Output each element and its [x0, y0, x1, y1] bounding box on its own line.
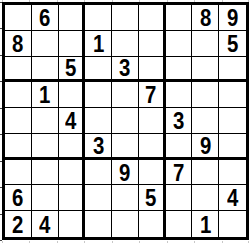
cell-r3c7[interactable] — [166, 57, 193, 83]
cell-r8c8[interactable] — [192, 185, 219, 211]
cell-r3c8[interactable] — [192, 57, 219, 83]
cell-r4c4[interactable] — [85, 82, 112, 108]
cell-r6c2[interactable] — [32, 134, 59, 160]
cell-r3c4[interactable] — [85, 57, 112, 83]
cell-r7c1[interactable] — [5, 160, 32, 186]
sudoku-board: 6898155317433997654241 — [2, 2, 249, 240]
given-digit: 1 — [93, 31, 104, 56]
cell-r4c7[interactable] — [166, 82, 193, 108]
grid-tick — [167, 0, 168, 2]
grid-tick — [0, 187, 2, 188]
cell-r9c8: 1 — [192, 211, 219, 237]
grid-tick — [248, 0, 249, 2]
cell-r1c1[interactable] — [5, 5, 32, 31]
cell-r4c8[interactable] — [192, 82, 219, 108]
cell-r8c7[interactable] — [166, 185, 193, 211]
cell-r7c2[interactable] — [32, 160, 59, 186]
cell-r6c3[interactable] — [59, 134, 86, 160]
given-digit: 3 — [119, 57, 130, 81]
cell-r1c3[interactable] — [59, 5, 86, 31]
cell-r2c3[interactable] — [59, 31, 86, 57]
grid-tick — [0, 214, 2, 215]
cell-r9c3[interactable] — [59, 211, 86, 237]
given-digit: 9 — [200, 134, 211, 158]
cell-r9c4[interactable] — [85, 211, 112, 237]
cell-r6c8: 9 — [192, 134, 219, 160]
cell-r9c1: 2 — [5, 211, 32, 237]
given-digit: 4 — [227, 185, 238, 210]
cell-r8c4[interactable] — [85, 185, 112, 211]
cell-r9c9[interactable] — [219, 211, 246, 237]
cell-r2c9: 5 — [219, 31, 246, 57]
cell-r2c1: 8 — [5, 31, 32, 57]
given-digit: 9 — [227, 5, 238, 30]
grid-tick — [0, 81, 2, 82]
given-digit: 8 — [12, 31, 23, 56]
cell-r7c9[interactable] — [219, 160, 246, 186]
cell-r8c5[interactable] — [112, 185, 139, 211]
cell-r6c4: 3 — [85, 134, 112, 160]
cell-r7c5: 9 — [112, 160, 139, 186]
cell-r4c9[interactable] — [219, 82, 246, 108]
cell-r7c7: 7 — [166, 160, 193, 186]
given-digit: 3 — [173, 108, 184, 133]
given-digit: 9 — [119, 160, 130, 185]
grid-tick — [0, 108, 2, 109]
given-digit: 6 — [39, 5, 50, 30]
cell-r7c6[interactable] — [139, 160, 166, 186]
grid-tick — [112, 0, 113, 2]
cell-r3c6[interactable] — [139, 57, 166, 83]
cell-r6c1[interactable] — [5, 134, 32, 160]
cell-r5c3: 4 — [59, 108, 86, 134]
cell-r9c5[interactable] — [112, 211, 139, 237]
sudoku-screen: 6898155317433997654241 — [0, 0, 249, 243]
cell-r4c3[interactable] — [59, 82, 86, 108]
cell-r7c8[interactable] — [192, 160, 219, 186]
cell-r8c9: 4 — [219, 185, 246, 211]
cell-r6c7[interactable] — [166, 134, 193, 160]
given-digit: 5 — [227, 31, 238, 56]
cell-r5c1[interactable] — [5, 108, 32, 134]
cell-r2c5[interactable] — [112, 31, 139, 57]
cell-r7c3[interactable] — [59, 160, 86, 186]
cell-r3c1[interactable] — [5, 57, 32, 83]
cell-r7c4[interactable] — [85, 160, 112, 186]
cell-r6c6[interactable] — [139, 134, 166, 160]
grid-tick — [0, 2, 2, 3]
given-digit: 4 — [39, 212, 50, 237]
cell-r2c8[interactable] — [192, 31, 219, 57]
cell-r4c5[interactable] — [112, 82, 139, 108]
cell-r9c7[interactable] — [166, 211, 193, 237]
given-digit: 1 — [200, 212, 211, 237]
cell-r1c9: 9 — [219, 5, 246, 31]
cell-r4c2: 1 — [32, 82, 59, 108]
cell-r1c4[interactable] — [85, 5, 112, 31]
cell-r8c2[interactable] — [32, 185, 59, 211]
given-digit: 4 — [65, 108, 76, 133]
cell-r1c2: 6 — [32, 5, 59, 31]
cell-r5c4[interactable] — [85, 108, 112, 134]
cell-r5c6[interactable] — [139, 108, 166, 134]
grid-tick — [0, 161, 2, 162]
grid-tick — [222, 0, 223, 2]
cell-r1c7[interactable] — [166, 5, 193, 31]
cell-r1c6[interactable] — [139, 5, 166, 31]
cell-r9c6[interactable] — [139, 211, 166, 237]
given-digit: 5 — [145, 185, 156, 210]
cell-r2c7[interactable] — [166, 31, 193, 57]
cell-r3c9[interactable] — [219, 57, 246, 83]
cell-r2c6[interactable] — [139, 31, 166, 57]
cell-r1c8: 8 — [192, 5, 219, 31]
cell-r3c5: 3 — [112, 57, 139, 83]
cell-r8c1: 6 — [5, 185, 32, 211]
cell-r8c6: 5 — [139, 185, 166, 211]
given-digit: 2 — [12, 212, 23, 237]
cell-r6c5[interactable] — [112, 134, 139, 160]
given-digit: 3 — [93, 134, 104, 158]
cell-r5c8[interactable] — [192, 108, 219, 134]
given-digit: 7 — [173, 160, 184, 185]
cell-r6c9[interactable] — [219, 134, 246, 160]
given-digit: 5 — [65, 57, 76, 81]
grid-tick — [0, 240, 2, 241]
grid-tick — [0, 134, 2, 135]
cell-r8c3[interactable] — [59, 185, 86, 211]
given-digit: 7 — [145, 82, 156, 107]
given-digit: 8 — [200, 5, 211, 30]
cell-r2c4: 1 — [85, 31, 112, 57]
cell-r5c7: 3 — [166, 108, 193, 134]
grid-tick — [57, 0, 58, 2]
grid-tick — [84, 0, 85, 2]
cell-r5c5[interactable] — [112, 108, 139, 134]
cell-r5c2[interactable] — [32, 108, 59, 134]
cell-r3c2[interactable] — [32, 57, 59, 83]
grid-tick — [2, 0, 3, 2]
cell-r5c9[interactable] — [219, 108, 246, 134]
cell-r4c1[interactable] — [5, 82, 32, 108]
grid-tick — [139, 0, 140, 2]
grid-tick — [194, 0, 195, 2]
grid-tick — [29, 0, 30, 2]
grid-tick — [0, 55, 2, 56]
cell-r9c2: 4 — [32, 211, 59, 237]
cell-r3c3: 5 — [59, 57, 86, 83]
cell-r2c2[interactable] — [32, 31, 59, 57]
cell-r1c5[interactable] — [112, 5, 139, 31]
given-digit: 1 — [39, 82, 50, 107]
cell-r4c6: 7 — [139, 82, 166, 108]
given-digit: 6 — [12, 185, 23, 210]
grid-tick — [0, 28, 2, 29]
